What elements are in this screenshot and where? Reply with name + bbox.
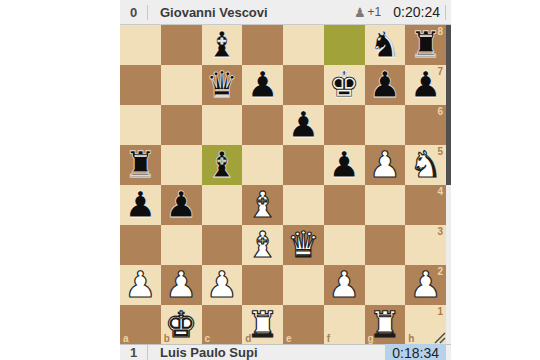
bottom-player-name: Luis Paulo Supi xyxy=(160,345,385,360)
square-h2[interactable]: 2♟ xyxy=(405,265,446,305)
white-bishop-d4[interactable]: ♝ xyxy=(242,185,283,225)
rank-label-3: 3 xyxy=(437,227,443,237)
square-d2[interactable] xyxy=(242,265,283,305)
top-player-name: Giovanni Vescovi xyxy=(160,5,354,20)
square-g5[interactable]: ♟ xyxy=(365,145,406,185)
square-d3[interactable]: ♝ xyxy=(242,225,283,265)
black-pawn-b4[interactable]: ♟ xyxy=(161,185,202,225)
square-h4[interactable]: 4 xyxy=(405,185,446,225)
square-h6[interactable]: 6 xyxy=(405,105,446,145)
square-a1[interactable]: a xyxy=(120,305,161,345)
black-pawn-h7[interactable]: ♟ xyxy=(405,65,446,105)
square-f5[interactable]: ♟ xyxy=(324,145,365,185)
square-g2[interactable] xyxy=(365,265,406,305)
top-player-clock: 0:20:24 xyxy=(393,4,440,20)
square-f7[interactable]: ♚ xyxy=(324,65,365,105)
square-h8[interactable]: 8♜ xyxy=(405,25,446,65)
square-c1[interactable]: c xyxy=(202,305,243,345)
square-d8[interactable] xyxy=(242,25,283,65)
square-g8[interactable]: ♞ xyxy=(365,25,406,65)
square-a4[interactable]: ♟ xyxy=(120,185,161,225)
square-g1[interactable]: g♜ xyxy=(365,305,406,345)
square-e7[interactable] xyxy=(283,65,324,105)
square-c5[interactable]: ♝ xyxy=(202,145,243,185)
white-pawn-a2[interactable]: ♟ xyxy=(120,265,161,305)
square-e6[interactable]: ♟ xyxy=(283,105,324,145)
file-label-h: h xyxy=(408,334,414,344)
bar-divider xyxy=(147,5,148,20)
black-pawn-g7[interactable]: ♟ xyxy=(365,65,406,105)
square-f4[interactable] xyxy=(324,185,365,225)
black-rook-a5[interactable]: ♜ xyxy=(120,145,161,185)
square-g4[interactable] xyxy=(365,185,406,225)
square-f2[interactable]: ♟ xyxy=(324,265,365,305)
square-f6[interactable] xyxy=(324,105,365,145)
square-d7[interactable]: ♟ xyxy=(242,65,283,105)
square-a3[interactable] xyxy=(120,225,161,265)
black-pawn-d7[interactable]: ♟ xyxy=(242,65,283,105)
top-player-number: 0 xyxy=(120,5,147,20)
rank-label-1: 1 xyxy=(437,307,443,317)
white-rook-g1[interactable]: ♜ xyxy=(365,305,406,345)
bottom-player-clock-active: 0:18:34 xyxy=(385,344,446,360)
chess-app-screen: 0 Giovanni Vescovi ♟ +1 0:20:24 ♝♞8♜♛♟♚♟… xyxy=(0,0,540,360)
square-d6[interactable] xyxy=(242,105,283,145)
square-b3[interactable] xyxy=(161,225,202,265)
square-b5[interactable] xyxy=(161,145,202,185)
bottom-player-number: 1 xyxy=(120,345,147,360)
black-rook-h8[interactable]: ♜ xyxy=(405,25,446,65)
square-b8[interactable] xyxy=(161,25,202,65)
white-bishop-d3[interactable]: ♝ xyxy=(242,225,283,265)
bar-divider xyxy=(445,5,446,20)
square-f1[interactable]: f xyxy=(324,305,365,345)
black-pawn-a4[interactable]: ♟ xyxy=(120,185,161,225)
black-knight-g8[interactable]: ♞ xyxy=(365,25,406,65)
square-c8[interactable]: ♝ xyxy=(202,25,243,65)
chess-board: ♝♞8♜♛♟♚♟7♟♟6♜♝♟♟5♞♟♟♝4♝♛3♟♟♟♟2♟ab♚cd♜efg… xyxy=(120,25,446,345)
material-advantage-value: +1 xyxy=(368,5,382,19)
square-h7[interactable]: 7♟ xyxy=(405,65,446,105)
square-c7[interactable]: ♛ xyxy=(202,65,243,105)
square-g3[interactable] xyxy=(365,225,406,265)
white-rook-d1[interactable]: ♜ xyxy=(242,305,283,345)
square-e4[interactable] xyxy=(283,185,324,225)
white-queen-e3[interactable]: ♛ xyxy=(283,225,324,265)
square-a8[interactable] xyxy=(120,25,161,65)
white-pawn-c2[interactable]: ♟ xyxy=(202,265,243,305)
rank-label-4: 4 xyxy=(437,187,443,197)
black-pawn-e6[interactable]: ♟ xyxy=(283,105,324,145)
square-c3[interactable] xyxy=(202,225,243,265)
square-e5[interactable] xyxy=(283,145,324,185)
white-pawn-b2[interactable]: ♟ xyxy=(161,265,202,305)
file-label-e: e xyxy=(286,334,292,344)
square-c4[interactable] xyxy=(202,185,243,225)
square-e2[interactable] xyxy=(283,265,324,305)
square-d4[interactable]: ♝ xyxy=(242,185,283,225)
file-label-c: c xyxy=(205,334,211,344)
square-a6[interactable] xyxy=(120,105,161,145)
square-c2[interactable]: ♟ xyxy=(202,265,243,305)
black-bishop-c8[interactable]: ♝ xyxy=(202,25,243,65)
file-label-f: f xyxy=(327,334,330,344)
square-h3[interactable]: 3 xyxy=(405,225,446,265)
square-h5[interactable]: 5♞ xyxy=(405,145,446,185)
square-e1[interactable]: e xyxy=(283,305,324,345)
square-a5[interactable]: ♜ xyxy=(120,145,161,185)
white-king-b1[interactable]: ♚ xyxy=(161,305,202,345)
bottom-player-bar: 1 Luis Paulo Supi 0:18:34 xyxy=(120,344,451,360)
pawn-icon: ♟ xyxy=(354,6,366,19)
square-b1[interactable]: b♚ xyxy=(161,305,202,345)
square-e8[interactable] xyxy=(283,25,324,65)
white-knight-h5[interactable]: ♞ xyxy=(405,145,446,185)
white-pawn-f2[interactable]: ♟ xyxy=(324,265,365,305)
bar-divider xyxy=(147,345,148,360)
black-queen-c7[interactable]: ♛ xyxy=(202,65,243,105)
white-pawn-h2[interactable]: ♟ xyxy=(405,265,446,305)
square-b6[interactable] xyxy=(161,105,202,145)
square-f3[interactable] xyxy=(324,225,365,265)
square-d1[interactable]: d♜ xyxy=(242,305,283,345)
square-g7[interactable]: ♟ xyxy=(365,65,406,105)
black-pawn-f5[interactable]: ♟ xyxy=(324,145,365,185)
black-king-f7[interactable]: ♚ xyxy=(324,65,365,105)
rank-label-6: 6 xyxy=(437,107,443,117)
scrollbar-thumb[interactable] xyxy=(446,25,451,185)
board-scrollbar[interactable] xyxy=(446,25,451,345)
square-b4[interactable]: ♟ xyxy=(161,185,202,225)
square-g6[interactable] xyxy=(365,105,406,145)
square-f8[interactable] xyxy=(324,25,365,65)
square-e3[interactable]: ♛ xyxy=(283,225,324,265)
file-label-a: a xyxy=(123,334,129,344)
top-player-bar: 0 Giovanni Vescovi ♟ +1 0:20:24 xyxy=(120,0,451,25)
square-a2[interactable]: ♟ xyxy=(120,265,161,305)
white-pawn-g5[interactable]: ♟ xyxy=(365,145,406,185)
black-bishop-c5[interactable]: ♝ xyxy=(202,145,243,185)
square-b2[interactable]: ♟ xyxy=(161,265,202,305)
square-a7[interactable] xyxy=(120,65,161,105)
square-c6[interactable] xyxy=(202,105,243,145)
material-advantage: ♟ +1 xyxy=(354,5,381,19)
square-d5[interactable] xyxy=(242,145,283,185)
square-b7[interactable] xyxy=(161,65,202,105)
